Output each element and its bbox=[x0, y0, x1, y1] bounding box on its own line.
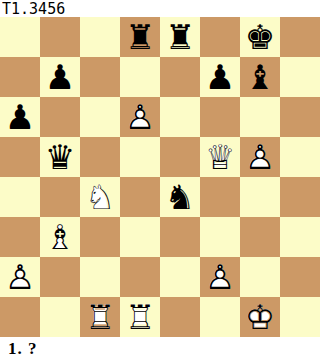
square-h2[interactable] bbox=[280, 257, 320, 297]
square-d8[interactable]: ♜ bbox=[120, 17, 160, 57]
white-queen: ♕ bbox=[200, 137, 240, 177]
white-pawn: ♙ bbox=[200, 257, 240, 297]
square-b5[interactable]: ♛ bbox=[40, 137, 80, 177]
square-h4[interactable] bbox=[280, 177, 320, 217]
square-g4[interactable] bbox=[240, 177, 280, 217]
black-king: ♚ bbox=[240, 17, 280, 57]
square-e8[interactable]: ♜ bbox=[160, 17, 200, 57]
square-c8[interactable] bbox=[80, 17, 120, 57]
square-b3[interactable]: ♝♗ bbox=[40, 217, 80, 257]
square-b6[interactable] bbox=[40, 97, 80, 137]
white-pawn: ♙ bbox=[240, 137, 280, 177]
square-e2[interactable] bbox=[160, 257, 200, 297]
square-b1[interactable] bbox=[40, 297, 80, 337]
square-c2[interactable] bbox=[80, 257, 120, 297]
chess-board: ♜♜♚♟♟♝♟♟♙♛♛♕♟♙♞♘♞♝♗♟♙♟♙♜♖♜♖♚♔ bbox=[0, 17, 320, 337]
square-e3[interactable] bbox=[160, 217, 200, 257]
white-bishop: ♗ bbox=[40, 217, 80, 257]
square-d4[interactable] bbox=[120, 177, 160, 217]
square-b8[interactable] bbox=[40, 17, 80, 57]
square-e1[interactable] bbox=[160, 297, 200, 337]
square-c6[interactable] bbox=[80, 97, 120, 137]
black-pawn: ♟ bbox=[0, 97, 40, 137]
square-f8[interactable] bbox=[200, 17, 240, 57]
square-d5[interactable] bbox=[120, 137, 160, 177]
square-g7[interactable]: ♝ bbox=[240, 57, 280, 97]
move-prompt: 1. ? bbox=[0, 337, 320, 360]
white-king: ♔ bbox=[240, 297, 280, 337]
square-h3[interactable] bbox=[280, 217, 320, 257]
square-c3[interactable] bbox=[80, 217, 120, 257]
square-h6[interactable] bbox=[280, 97, 320, 137]
square-d1[interactable]: ♜♖ bbox=[120, 297, 160, 337]
square-e6[interactable] bbox=[160, 97, 200, 137]
square-a4[interactable] bbox=[0, 177, 40, 217]
square-f2[interactable]: ♟♙ bbox=[200, 257, 240, 297]
square-d7[interactable] bbox=[120, 57, 160, 97]
black-rook: ♜ bbox=[160, 17, 200, 57]
white-rook: ♖ bbox=[80, 297, 120, 337]
square-a1[interactable] bbox=[0, 297, 40, 337]
square-a7[interactable] bbox=[0, 57, 40, 97]
white-pawn: ♙ bbox=[120, 97, 160, 137]
square-c1[interactable]: ♜♖ bbox=[80, 297, 120, 337]
square-d6[interactable]: ♟♙ bbox=[120, 97, 160, 137]
square-d2[interactable] bbox=[120, 257, 160, 297]
square-g1[interactable]: ♚♔ bbox=[240, 297, 280, 337]
square-f5[interactable]: ♛♕ bbox=[200, 137, 240, 177]
square-f1[interactable] bbox=[200, 297, 240, 337]
square-b4[interactable] bbox=[40, 177, 80, 217]
square-c7[interactable] bbox=[80, 57, 120, 97]
black-queen: ♛ bbox=[40, 137, 80, 177]
black-rook: ♜ bbox=[120, 17, 160, 57]
square-d3[interactable] bbox=[120, 217, 160, 257]
square-f3[interactable] bbox=[200, 217, 240, 257]
square-b2[interactable] bbox=[40, 257, 80, 297]
square-f7[interactable]: ♟ bbox=[200, 57, 240, 97]
square-f6[interactable] bbox=[200, 97, 240, 137]
square-h1[interactable] bbox=[280, 297, 320, 337]
square-g2[interactable] bbox=[240, 257, 280, 297]
square-g6[interactable] bbox=[240, 97, 280, 137]
square-f4[interactable] bbox=[200, 177, 240, 217]
square-a3[interactable] bbox=[0, 217, 40, 257]
black-bishop: ♝ bbox=[240, 57, 280, 97]
square-e5[interactable] bbox=[160, 137, 200, 177]
square-c5[interactable] bbox=[80, 137, 120, 177]
white-knight: ♘ bbox=[80, 177, 120, 217]
square-a8[interactable] bbox=[0, 17, 40, 57]
white-rook: ♖ bbox=[120, 297, 160, 337]
square-g3[interactable] bbox=[240, 217, 280, 257]
square-a2[interactable]: ♟♙ bbox=[0, 257, 40, 297]
square-a5[interactable] bbox=[0, 137, 40, 177]
square-g8[interactable]: ♚ bbox=[240, 17, 280, 57]
black-pawn: ♟ bbox=[200, 57, 240, 97]
square-e7[interactable] bbox=[160, 57, 200, 97]
square-b7[interactable]: ♟ bbox=[40, 57, 80, 97]
square-a6[interactable]: ♟ bbox=[0, 97, 40, 137]
black-pawn: ♟ bbox=[40, 57, 80, 97]
black-knight: ♞ bbox=[160, 177, 200, 217]
white-pawn: ♙ bbox=[0, 257, 40, 297]
square-e4[interactable]: ♞ bbox=[160, 177, 200, 217]
square-c4[interactable]: ♞♘ bbox=[80, 177, 120, 217]
square-h5[interactable] bbox=[280, 137, 320, 177]
square-g5[interactable]: ♟♙ bbox=[240, 137, 280, 177]
square-h7[interactable] bbox=[280, 57, 320, 97]
chess-puzzle-app: T1.3456 ♜♜♚♟♟♝♟♟♙♛♛♕♟♙♞♘♞♝♗♟♙♟♙♜♖♜♖♚♔ 1.… bbox=[0, 0, 320, 360]
square-h8[interactable] bbox=[280, 17, 320, 57]
puzzle-title: T1.3456 bbox=[0, 0, 320, 17]
